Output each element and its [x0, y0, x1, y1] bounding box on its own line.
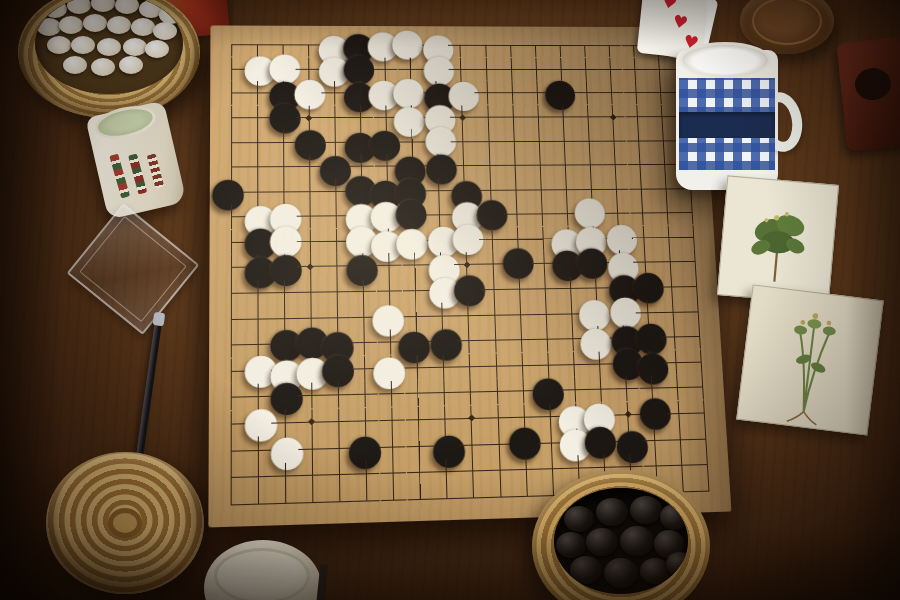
black-stone: ● [587, 426, 614, 453]
botanical-tile-upper [717, 175, 839, 304]
black-stone-in-bowl [586, 528, 618, 556]
black-stone: ● [351, 436, 378, 464]
intersection[interactable] [528, 177, 554, 202]
intersection[interactable] [456, 328, 483, 354]
intersection[interactable] [217, 410, 244, 437]
intersection[interactable] [507, 302, 534, 328]
intersection[interactable] [599, 81, 625, 105]
intersection[interactable] [641, 427, 668, 454]
intersection[interactable] [218, 255, 245, 281]
intersection[interactable]: ● [590, 428, 617, 455]
intersection[interactable] [506, 276, 533, 302]
intersection[interactable] [405, 380, 432, 407]
intersection[interactable]: ● [272, 436, 299, 463]
mug-rim [679, 42, 771, 78]
white-stone-in-bowl [107, 16, 131, 34]
intersection[interactable] [378, 381, 405, 408]
intersection[interactable]: ● [454, 277, 481, 303]
paper-cup-2 [204, 540, 322, 600]
intersection[interactable]: ● [430, 328, 457, 354]
paper-cup-2-rim [214, 548, 310, 600]
white-stone-in-bowl [131, 18, 155, 36]
cup-print [109, 154, 130, 199]
white-stone-in-bowl [71, 36, 95, 54]
intersection[interactable] [667, 426, 694, 453]
intersection[interactable]: ● [549, 81, 575, 105]
intersection[interactable] [687, 324, 714, 350]
white-stone: ● [394, 31, 420, 55]
intersection[interactable]: ● [378, 355, 405, 381]
intersection[interactable] [326, 488, 353, 516]
intersection[interactable] [405, 406, 432, 433]
intersection[interactable]: ● [585, 326, 612, 352]
intersection[interactable] [651, 129, 677, 153]
cup-print [147, 153, 164, 188]
intersection[interactable] [682, 249, 708, 274]
red-wood-tray-hollow [853, 66, 892, 102]
red-wood-tray [837, 37, 900, 151]
black-stone: ● [349, 255, 375, 281]
intersection[interactable]: ● [397, 34, 423, 58]
intersection[interactable] [324, 279, 351, 305]
intersection[interactable] [326, 461, 353, 488]
intersection[interactable] [433, 458, 460, 485]
intersection[interactable] [217, 384, 244, 411]
intersection[interactable] [482, 327, 509, 353]
intersection[interactable] [481, 302, 508, 328]
intersection[interactable] [407, 485, 434, 513]
white-stone-in-bowl [37, 18, 61, 36]
intersection[interactable] [688, 349, 715, 375]
intersection[interactable] [218, 106, 244, 131]
white-stone-in-bowl [47, 36, 71, 54]
intersection[interactable] [299, 435, 326, 462]
intersection[interactable] [270, 154, 296, 179]
intersection[interactable] [217, 437, 244, 464]
intersection[interactable] [217, 464, 244, 492]
intersection[interactable] [522, 34, 548, 58]
intersection[interactable] [573, 58, 599, 82]
intersection[interactable] [483, 353, 510, 379]
intersection[interactable] [527, 153, 553, 177]
intersection[interactable] [649, 105, 675, 129]
white-stone-in-bowl [145, 40, 169, 58]
intersection[interactable] [572, 34, 598, 58]
black-stone-in-bowl [564, 506, 594, 532]
rope-coaster-center [108, 508, 142, 538]
intersection[interactable]: ● [582, 251, 609, 276]
intersection[interactable]: ● [352, 434, 379, 461]
intersection[interactable] [299, 462, 326, 490]
intersection[interactable]: ● [616, 427, 643, 454]
intersection[interactable] [218, 130, 244, 155]
intersection[interactable] [539, 455, 566, 482]
intersection[interactable] [217, 358, 244, 385]
botanical-tile-lower [736, 284, 884, 435]
intersection[interactable] [625, 105, 651, 129]
black-stone: ● [456, 275, 483, 301]
intersection[interactable]: ● [505, 252, 532, 277]
intersection[interactable] [379, 433, 406, 460]
intersection[interactable] [603, 177, 629, 202]
intersection[interactable] [547, 34, 573, 58]
clear-plastic-lid-edge [79, 216, 186, 322]
intersection[interactable] [473, 34, 499, 58]
black-stone: ● [325, 355, 352, 382]
intersection[interactable]: ● [637, 350, 664, 376]
wooden-bowl-lid-ring [752, 0, 822, 45]
white-stone-in-bowl [63, 56, 87, 74]
intersection[interactable] [431, 380, 458, 407]
intersection[interactable] [500, 105, 526, 129]
intersection[interactable] [513, 482, 540, 509]
plant-print-icon [737, 286, 882, 435]
white-stone-in-bowl [153, 22, 177, 40]
intersection[interactable] [681, 225, 707, 250]
intersection[interactable] [271, 280, 298, 306]
intersection[interactable] [298, 382, 325, 409]
black-stone-in-bowl [620, 526, 654, 556]
black-stone: ● [579, 248, 605, 274]
white-stone-in-bowl [97, 38, 121, 56]
intersection[interactable]: ● [271, 254, 298, 280]
intersection[interactable] [353, 460, 380, 487]
intersection[interactable]: ● [218, 179, 244, 204]
intersection[interactable] [460, 484, 487, 511]
intersection[interactable] [457, 379, 484, 406]
intersection[interactable] [659, 274, 686, 299]
ballpoint-pen [136, 315, 163, 457]
intersection[interactable] [459, 431, 486, 458]
white-stone: ● [376, 357, 403, 384]
intersection[interactable]: ● [350, 253, 377, 279]
intersection[interactable] [406, 459, 433, 486]
intersection[interactable] [475, 105, 501, 129]
intersection[interactable]: ● [432, 432, 459, 459]
intersection[interactable] [534, 326, 561, 352]
intersection[interactable] [244, 490, 271, 518]
cup-print [128, 153, 147, 194]
intersection[interactable] [691, 400, 718, 426]
intersection[interactable] [679, 201, 705, 226]
intersection[interactable] [663, 349, 690, 375]
intersection[interactable] [601, 129, 627, 153]
intersection[interactable] [376, 253, 403, 279]
black-stone-in-bowl [666, 552, 688, 576]
intersection[interactable] [532, 276, 559, 301]
intersection[interactable] [525, 105, 551, 129]
black-stone-in-bowl [596, 498, 628, 526]
intersection[interactable] [476, 129, 502, 153]
intersection[interactable] [586, 351, 613, 377]
intersection[interactable] [693, 425, 720, 452]
black-stone-bowl-contents [554, 488, 688, 594]
intersection[interactable] [434, 485, 461, 512]
intersection[interactable] [218, 230, 245, 256]
intersection[interactable] [353, 487, 380, 515]
intersection[interactable] [244, 463, 271, 491]
intersection[interactable] [577, 153, 603, 177]
intersection[interactable] [503, 202, 529, 227]
intersection[interactable] [380, 486, 407, 514]
intersection[interactable] [533, 301, 560, 327]
white-stone-in-bowl [67, 0, 91, 14]
white-stone-in-bowl [91, 58, 115, 76]
white-stone-in-bowl [115, 0, 139, 14]
intersection[interactable] [656, 225, 682, 250]
intersection[interactable] [430, 354, 457, 380]
intersection[interactable] [696, 477, 723, 504]
intersection[interactable] [217, 332, 244, 359]
intersection[interactable] [628, 177, 654, 201]
intersection[interactable] [685, 299, 712, 324]
photo-scene: ●●●●●●●●●●●●●●●●●●●●●●●●●●●●●●●●●●●●●●●●… [0, 0, 900, 600]
go-board-grid: ●●●●●●●●●●●●●●●●●●●●●●●●●●●●●●●●●●●●●●●●… [217, 33, 723, 519]
white-stone-in-bowl [119, 56, 143, 74]
intersection[interactable] [325, 382, 352, 409]
intersection[interactable]: ● [401, 228, 427, 253]
black-stone: ● [215, 179, 241, 205]
intersection[interactable] [550, 105, 576, 129]
black-stone: ● [505, 248, 531, 274]
intersection[interactable] [474, 81, 500, 105]
intersection[interactable] [299, 488, 326, 516]
intersection[interactable] [652, 152, 678, 176]
paper-cup [85, 100, 186, 219]
intersection[interactable] [498, 34, 524, 58]
intersection[interactable] [272, 489, 299, 517]
intersection[interactable] [218, 57, 244, 81]
intersection[interactable] [217, 306, 244, 332]
black-stone-in-bowl [630, 496, 662, 524]
intersection[interactable] [272, 462, 299, 490]
intersection[interactable] [402, 253, 429, 279]
intersection[interactable] [574, 81, 600, 105]
black-stone-in-bowl [556, 532, 586, 558]
intersection[interactable] [600, 105, 626, 129]
black-stone-in-bowl [604, 558, 638, 588]
intersection[interactable] [576, 129, 602, 153]
intersection[interactable] [352, 381, 379, 408]
intersection[interactable] [499, 81, 525, 105]
intersection[interactable] [666, 400, 693, 426]
black-stone: ● [547, 81, 573, 105]
intersection[interactable] [244, 280, 271, 306]
black-stone: ● [273, 255, 300, 281]
intersection[interactable] [602, 153, 628, 177]
intersection[interactable] [457, 353, 484, 379]
intersection[interactable] [655, 201, 681, 226]
black-stone: ● [511, 427, 538, 454]
intersection[interactable] [598, 58, 624, 82]
white-stone-in-bowl [91, 0, 115, 12]
white-stone-in-bowl [43, 0, 67, 18]
intersection[interactable] [406, 432, 433, 459]
intersection[interactable] [297, 254, 324, 280]
pen-clip [153, 312, 166, 326]
intersection[interactable] [460, 457, 487, 484]
intersection[interactable] [551, 129, 577, 153]
white-stone-basket-contents [35, 0, 183, 94]
intersection[interactable] [486, 457, 513, 484]
intersection[interactable] [669, 452, 696, 479]
intersection[interactable] [498, 57, 524, 81]
intersection[interactable] [218, 204, 245, 229]
go-board[interactable]: ●●●●●●●●●●●●●●●●●●●●●●●●●●●●●●●●●●●●●●●●… [208, 25, 731, 527]
intersection[interactable] [380, 460, 407, 487]
rope-coaster [46, 452, 204, 594]
intersection[interactable] [575, 105, 601, 129]
intersection[interactable] [623, 81, 649, 105]
intersection[interactable] [402, 278, 429, 304]
intersection[interactable] [627, 153, 653, 177]
intersection[interactable] [218, 81, 244, 105]
intersection[interactable] [684, 274, 711, 299]
intersection[interactable] [484, 379, 511, 405]
intersection[interactable]: ● [404, 329, 431, 355]
intersection[interactable] [244, 130, 270, 155]
intersection[interactable]: ● [325, 356, 352, 383]
intersection[interactable] [552, 153, 578, 177]
intersection[interactable]: ● [399, 105, 425, 129]
intersection[interactable] [648, 81, 674, 105]
intersection[interactable] [501, 129, 527, 153]
plant-print-icon [718, 176, 838, 303]
mug-dark-band [679, 112, 775, 138]
white-stone-in-bowl [59, 16, 83, 34]
intersection[interactable] [218, 33, 244, 57]
intersection[interactable] [244, 155, 270, 180]
intersection[interactable] [508, 327, 535, 353]
intersection[interactable] [626, 129, 652, 153]
checkered-mug [676, 50, 778, 190]
intersection[interactable] [653, 177, 679, 201]
intersection[interactable] [694, 451, 721, 478]
intersection[interactable] [218, 280, 245, 306]
white-stone-basket [18, 0, 200, 118]
clear-plastic-lid [67, 203, 200, 335]
intersection[interactable] [480, 277, 507, 303]
intersection[interactable] [526, 129, 552, 153]
intersection[interactable] [596, 34, 622, 57]
white-stone-in-bowl [83, 14, 107, 32]
intersection[interactable] [217, 491, 245, 519]
black-stone-in-bowl [660, 504, 688, 530]
intersection[interactable] [622, 58, 648, 82]
intersection[interactable] [690, 374, 717, 400]
intersection[interactable] [487, 483, 514, 510]
intersection[interactable] [297, 279, 324, 305]
intersection[interactable]: ● [511, 430, 538, 457]
black-stone-in-bowl [570, 556, 602, 584]
white-stone-in-bowl [123, 38, 147, 56]
white-stone: ● [399, 229, 425, 255]
intersection[interactable] [647, 58, 673, 81]
white-stone: ● [274, 436, 301, 464]
intersection[interactable] [502, 153, 528, 177]
intersection[interactable] [404, 354, 431, 380]
intersection[interactable] [512, 456, 539, 483]
